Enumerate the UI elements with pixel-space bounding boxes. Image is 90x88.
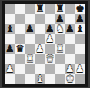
square-b8[interactable] <box>15 4 25 14</box>
square-c8[interactable] <box>25 4 35 14</box>
square-f4[interactable]: ♜ <box>55 44 65 54</box>
square-b7[interactable] <box>15 14 25 24</box>
square-a3[interactable] <box>5 54 15 64</box>
square-e6[interactable]: ♟ <box>45 24 55 34</box>
square-d4[interactable]: ♟ <box>35 44 45 54</box>
square-h4[interactable] <box>75 44 85 54</box>
square-d2[interactable] <box>35 64 45 74</box>
black-pawn: ♟ <box>76 14 85 24</box>
square-g1[interactable]: ♚ <box>65 74 75 84</box>
white-rook: ♜ <box>56 44 65 54</box>
square-a6[interactable]: ♝ <box>5 24 15 34</box>
square-b2[interactable] <box>15 64 25 74</box>
square-f2[interactable] <box>55 64 65 74</box>
chess-board-frame: ♜♜♚♟♟♝♟♟♞♟♝♟♟♛♟♜♜♛♟♟♟♝♚ <box>2 1 88 87</box>
square-c2[interactable] <box>25 64 35 74</box>
square-c7[interactable] <box>25 14 35 24</box>
square-c6[interactable]: ♟ <box>25 24 35 34</box>
square-c1[interactable] <box>25 74 35 84</box>
square-e2[interactable] <box>45 64 55 74</box>
white-king: ♚ <box>66 74 75 84</box>
square-g8[interactable] <box>65 4 75 14</box>
square-e5[interactable]: ♟ <box>45 34 55 44</box>
square-e3[interactable]: ♛ <box>45 54 55 64</box>
white-bishop: ♝ <box>36 74 45 84</box>
square-d6[interactable] <box>35 24 45 34</box>
black-pawn: ♟ <box>66 24 75 34</box>
white-pawn: ♟ <box>6 64 15 74</box>
black-pawn: ♟ <box>6 44 15 54</box>
white-pawn: ♟ <box>66 64 75 74</box>
square-b4[interactable]: ♛ <box>15 44 25 54</box>
chess-board: ♜♜♚♟♟♝♟♟♞♟♝♟♟♛♟♜♜♛♟♟♟♝♚ <box>5 4 85 84</box>
black-pawn: ♟ <box>56 14 65 24</box>
square-g7[interactable] <box>65 14 75 24</box>
white-knight: ♞ <box>56 24 65 34</box>
square-f1[interactable] <box>55 74 65 84</box>
square-f3[interactable] <box>55 54 65 64</box>
square-f6[interactable]: ♞ <box>55 24 65 34</box>
square-d5[interactable] <box>35 34 45 44</box>
square-a4[interactable]: ♟ <box>5 44 15 54</box>
square-g4[interactable] <box>65 44 75 54</box>
square-h8[interactable]: ♚ <box>75 4 85 14</box>
square-g2[interactable]: ♟ <box>65 64 75 74</box>
square-g3[interactable] <box>65 54 75 64</box>
square-c4[interactable] <box>25 44 35 54</box>
square-c3[interactable]: ♜ <box>25 54 35 64</box>
black-rook: ♜ <box>36 4 45 14</box>
black-pawn: ♟ <box>26 24 35 34</box>
white-pawn: ♟ <box>76 64 85 74</box>
square-g5[interactable] <box>65 34 75 44</box>
black-bishop: ♝ <box>6 24 15 34</box>
white-rook: ♜ <box>26 54 35 64</box>
square-a1[interactable] <box>5 74 15 84</box>
white-pawn: ♟ <box>36 44 45 54</box>
square-f8[interactable]: ♜ <box>55 4 65 14</box>
black-pawn: ♟ <box>46 24 55 34</box>
square-a7[interactable] <box>5 14 15 24</box>
black-rook: ♜ <box>56 4 65 14</box>
square-h6[interactable]: ♝ <box>75 24 85 34</box>
square-h7[interactable]: ♟ <box>75 14 85 24</box>
square-f5[interactable] <box>55 34 65 44</box>
square-g6[interactable]: ♟ <box>65 24 75 34</box>
square-b3[interactable] <box>15 54 25 64</box>
square-h1[interactable] <box>75 74 85 84</box>
square-f7[interactable]: ♟ <box>55 14 65 24</box>
square-a5[interactable] <box>5 34 15 44</box>
square-h5[interactable] <box>75 34 85 44</box>
square-a2[interactable]: ♟ <box>5 64 15 74</box>
square-e8[interactable] <box>45 4 55 14</box>
square-h2[interactable]: ♟ <box>75 64 85 74</box>
white-pawn: ♟ <box>46 34 55 44</box>
square-h3[interactable] <box>75 54 85 64</box>
square-b1[interactable] <box>15 74 25 84</box>
square-d8[interactable]: ♜ <box>35 4 45 14</box>
square-d3[interactable] <box>35 54 45 64</box>
square-e7[interactable] <box>45 14 55 24</box>
square-c5[interactable] <box>25 34 35 44</box>
square-e1[interactable] <box>45 74 55 84</box>
square-d1[interactable]: ♝ <box>35 74 45 84</box>
black-queen: ♛ <box>16 44 25 54</box>
black-bishop: ♝ <box>76 24 85 34</box>
black-king: ♚ <box>76 4 85 14</box>
square-b5[interactable] <box>15 34 25 44</box>
square-d7[interactable] <box>35 14 45 24</box>
square-b6[interactable] <box>15 24 25 34</box>
square-e4[interactable] <box>45 44 55 54</box>
square-a8[interactable] <box>5 4 15 14</box>
white-queen: ♛ <box>46 54 55 64</box>
